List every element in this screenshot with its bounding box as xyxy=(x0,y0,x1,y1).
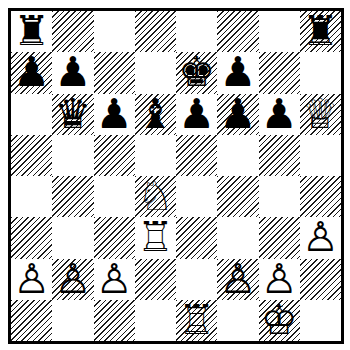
square-d5[interactable] xyxy=(135,135,176,176)
white-pawn-piece: ♙ xyxy=(13,259,50,300)
black-pawn-piece: ♟ xyxy=(13,52,50,93)
white-pawn-piece: ♙ xyxy=(302,217,339,258)
square-a2[interactable]: ♙ xyxy=(11,259,52,300)
black-pawn-piece: ♟ xyxy=(178,94,215,135)
square-b7[interactable]: ♟ xyxy=(52,52,93,93)
square-b5[interactable] xyxy=(52,135,93,176)
square-f2[interactable]: ♙ xyxy=(217,259,258,300)
square-f3[interactable] xyxy=(217,217,258,258)
black-pawn-piece: ♟ xyxy=(96,94,133,135)
black-pawn-piece: ♟ xyxy=(54,52,91,93)
square-d1[interactable] xyxy=(135,300,176,341)
square-c4[interactable] xyxy=(94,176,135,217)
square-b2[interactable]: ♙ xyxy=(52,259,93,300)
square-d2[interactable] xyxy=(135,259,176,300)
square-g2[interactable]: ♙ xyxy=(259,259,300,300)
square-h3[interactable]: ♙ xyxy=(300,217,341,258)
black-pawn-piece: ♟ xyxy=(261,94,298,135)
square-a5[interactable] xyxy=(11,135,52,176)
square-d3[interactable]: ♖ xyxy=(135,217,176,258)
square-e1[interactable]: ♖ xyxy=(176,300,217,341)
square-c8[interactable] xyxy=(94,11,135,52)
square-b8[interactable] xyxy=(52,11,93,52)
black-queen-piece: ♛ xyxy=(54,94,91,135)
square-c5[interactable] xyxy=(94,135,135,176)
square-f8[interactable] xyxy=(217,11,258,52)
square-g8[interactable] xyxy=(259,11,300,52)
square-c3[interactable] xyxy=(94,217,135,258)
square-h4[interactable] xyxy=(300,176,341,217)
black-rook-piece: ♜ xyxy=(13,11,50,52)
white-pawn-piece: ♙ xyxy=(96,259,133,300)
square-d8[interactable] xyxy=(135,11,176,52)
square-h7[interactable] xyxy=(300,52,341,93)
square-g5[interactable] xyxy=(259,135,300,176)
square-a7[interactable]: ♟ xyxy=(11,52,52,93)
square-c2[interactable]: ♙ xyxy=(94,259,135,300)
square-g7[interactable] xyxy=(259,52,300,93)
square-a8[interactable]: ♜ xyxy=(11,11,52,52)
square-d7[interactable] xyxy=(135,52,176,93)
square-e7[interactable]: ♚ xyxy=(176,52,217,93)
chess-board: ♜♜♟♟♚♟♛♟♝♟♟♟♕♘♖♙♙♙♙♙♙♖♔ xyxy=(11,11,341,341)
square-e4[interactable] xyxy=(176,176,217,217)
square-b3[interactable] xyxy=(52,217,93,258)
square-e8[interactable] xyxy=(176,11,217,52)
black-king-piece: ♚ xyxy=(178,52,215,93)
square-f7[interactable]: ♟ xyxy=(217,52,258,93)
white-pawn-piece: ♙ xyxy=(261,259,298,300)
square-e5[interactable] xyxy=(176,135,217,176)
square-e2[interactable] xyxy=(176,259,217,300)
white-queen-piece: ♕ xyxy=(302,94,339,135)
square-b6[interactable]: ♛ xyxy=(52,94,93,135)
black-pawn-piece: ♟ xyxy=(219,52,256,93)
square-g1[interactable]: ♔ xyxy=(259,300,300,341)
square-f4[interactable] xyxy=(217,176,258,217)
square-h6[interactable]: ♕ xyxy=(300,94,341,135)
square-d6[interactable]: ♝ xyxy=(135,94,176,135)
square-g4[interactable] xyxy=(259,176,300,217)
square-f6[interactable]: ♟ xyxy=(217,94,258,135)
black-rook-piece: ♜ xyxy=(302,11,339,52)
white-king-piece: ♔ xyxy=(261,300,298,341)
chess-board-frame: ♜♜♟♟♚♟♛♟♝♟♟♟♕♘♖♙♙♙♙♙♙♖♔ xyxy=(8,8,344,344)
white-pawn-piece: ♙ xyxy=(54,259,91,300)
square-c7[interactable] xyxy=(94,52,135,93)
square-h1[interactable] xyxy=(300,300,341,341)
black-bishop-piece: ♝ xyxy=(137,94,174,135)
square-e3[interactable] xyxy=(176,217,217,258)
square-h8[interactable]: ♜ xyxy=(300,11,341,52)
square-f1[interactable] xyxy=(217,300,258,341)
square-a4[interactable] xyxy=(11,176,52,217)
white-pawn-piece: ♙ xyxy=(219,259,256,300)
square-a6[interactable] xyxy=(11,94,52,135)
white-rook-piece: ♖ xyxy=(178,300,215,341)
white-knight-piece: ♘ xyxy=(137,176,174,217)
square-f5[interactable] xyxy=(217,135,258,176)
square-d4[interactable]: ♘ xyxy=(135,176,176,217)
square-g3[interactable] xyxy=(259,217,300,258)
square-g6[interactable]: ♟ xyxy=(259,94,300,135)
square-c1[interactable] xyxy=(94,300,135,341)
square-b1[interactable] xyxy=(52,300,93,341)
square-b4[interactable] xyxy=(52,176,93,217)
square-a3[interactable] xyxy=(11,217,52,258)
square-a1[interactable] xyxy=(11,300,52,341)
square-h5[interactable] xyxy=(300,135,341,176)
square-e6[interactable]: ♟ xyxy=(176,94,217,135)
black-pawn-piece: ♟ xyxy=(219,94,256,135)
white-rook-piece: ♖ xyxy=(137,217,174,258)
square-h2[interactable] xyxy=(300,259,341,300)
square-c6[interactable]: ♟ xyxy=(94,94,135,135)
